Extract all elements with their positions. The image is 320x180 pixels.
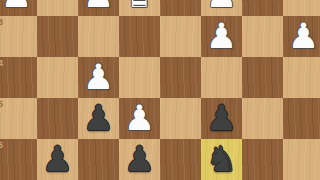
white-pawn[interactable]: ♟ bbox=[283, 16, 320, 57]
square-b2[interactable] bbox=[242, 0, 283, 16]
square-h4[interactable]: 4 bbox=[0, 57, 37, 98]
rank-label-6: 6 bbox=[0, 140, 3, 150]
white-queen[interactable]: ♛ bbox=[119, 0, 160, 16]
square-f3[interactable] bbox=[78, 16, 119, 57]
square-g3[interactable] bbox=[37, 16, 78, 57]
rank-label-4: 4 bbox=[0, 58, 3, 68]
square-h5[interactable]: 5 bbox=[0, 98, 37, 139]
square-g6[interactable]: ♟ bbox=[37, 139, 78, 180]
square-g2[interactable] bbox=[37, 0, 78, 16]
black-pawn[interactable]: ♟ bbox=[78, 98, 119, 139]
square-h2[interactable]: ♟ bbox=[0, 0, 37, 16]
square-d5[interactable] bbox=[160, 98, 201, 139]
square-e4[interactable] bbox=[119, 57, 160, 98]
square-e3[interactable] bbox=[119, 16, 160, 57]
white-pawn[interactable]: ♟ bbox=[201, 16, 242, 57]
square-h3[interactable]: 3 bbox=[0, 16, 37, 57]
white-pawn[interactable]: ♟ bbox=[78, 0, 119, 16]
square-c3[interactable]: ♟ bbox=[201, 16, 242, 57]
square-f2[interactable]: ♟ bbox=[78, 0, 119, 16]
square-f6[interactable] bbox=[78, 139, 119, 180]
square-a4[interactable] bbox=[283, 57, 320, 98]
chess-app-viewport: ♟♟♛♟3♟♟4♟5♟♟♟6♟♟♞ bbox=[0, 0, 320, 180]
black-knight[interactable]: ♞ bbox=[201, 139, 242, 180]
square-f4[interactable]: ♟ bbox=[78, 57, 119, 98]
square-a3[interactable]: ♟ bbox=[283, 16, 320, 57]
square-d6[interactable] bbox=[160, 139, 201, 180]
rank-label-5: 5 bbox=[0, 99, 3, 109]
square-e5[interactable]: ♟ bbox=[119, 98, 160, 139]
square-b4[interactable] bbox=[242, 57, 283, 98]
rank-label-3: 3 bbox=[0, 17, 3, 27]
square-c4[interactable] bbox=[201, 57, 242, 98]
square-a2[interactable] bbox=[283, 0, 320, 16]
square-d4[interactable] bbox=[160, 57, 201, 98]
square-f5[interactable]: ♟ bbox=[78, 98, 119, 139]
square-g5[interactable] bbox=[37, 98, 78, 139]
white-pawn[interactable]: ♟ bbox=[78, 57, 119, 98]
square-e2[interactable]: ♛ bbox=[119, 0, 160, 16]
square-a6[interactable] bbox=[283, 139, 320, 180]
square-h6[interactable]: 6 bbox=[0, 139, 37, 180]
square-a5[interactable] bbox=[283, 98, 320, 139]
black-pawn[interactable]: ♟ bbox=[37, 139, 78, 180]
square-g4[interactable] bbox=[37, 57, 78, 98]
square-c2[interactable]: ♟ bbox=[201, 0, 242, 16]
white-pawn[interactable]: ♟ bbox=[201, 0, 242, 16]
square-b5[interactable] bbox=[242, 98, 283, 139]
black-pawn[interactable]: ♟ bbox=[119, 139, 160, 180]
white-pawn[interactable]: ♟ bbox=[0, 0, 37, 16]
square-e6[interactable]: ♟ bbox=[119, 139, 160, 180]
square-c6[interactable]: ♞ bbox=[201, 139, 242, 180]
chess-board[interactable]: ♟♟♛♟3♟♟4♟5♟♟♟6♟♟♞ bbox=[0, 0, 320, 180]
square-d2[interactable] bbox=[160, 0, 201, 16]
square-d3[interactable] bbox=[160, 16, 201, 57]
square-b3[interactable] bbox=[242, 16, 283, 57]
white-pawn[interactable]: ♟ bbox=[119, 98, 160, 139]
square-c5[interactable]: ♟ bbox=[201, 98, 242, 139]
black-pawn[interactable]: ♟ bbox=[201, 98, 242, 139]
square-b6[interactable] bbox=[242, 139, 283, 180]
